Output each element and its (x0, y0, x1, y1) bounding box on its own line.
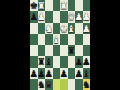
square-g2[interactable]: ♟ (75, 68, 83, 79)
chess-board[interactable]: ♚♜♜♟♟♛♟♟♞♚♝♟♝♜♜♝♟♟♟♟♟♟♟♝♞♛♞ (30, 0, 90, 90)
black-pawn-a2[interactable]: ♟ (30, 68, 38, 79)
square-e4[interactable] (60, 45, 68, 56)
square-f4[interactable]: ♜ (68, 45, 76, 56)
square-h3[interactable]: ♟ (83, 56, 91, 67)
square-d6[interactable] (53, 23, 61, 34)
square-h5[interactable] (83, 34, 91, 45)
square-a8[interactable]: ♚ (30, 0, 38, 11)
square-a5[interactable] (30, 34, 38, 45)
square-b7[interactable]: ♟ (38, 11, 46, 22)
square-b5[interactable] (38, 34, 46, 45)
white-king-e6[interactable]: ♚ (60, 23, 68, 34)
square-d3[interactable] (53, 56, 61, 67)
square-g7[interactable]: ♟ (75, 11, 83, 22)
square-f3[interactable] (68, 56, 76, 67)
white-pawn-h7[interactable]: ♟ (83, 11, 91, 22)
square-f2[interactable] (68, 68, 76, 79)
square-b4[interactable] (38, 45, 46, 56)
square-e8[interactable]: ♜ (60, 0, 68, 11)
square-e7[interactable] (60, 11, 68, 22)
square-b8[interactable]: ♜ (38, 0, 46, 11)
left-letterbox-bar (0, 0, 30, 90)
white-bishop-f6[interactable]: ♝ (68, 23, 76, 34)
white-pawn-h6[interactable]: ♟ (83, 23, 91, 34)
square-h8[interactable] (83, 0, 91, 11)
square-h7[interactable]: ♟ (83, 11, 91, 22)
black-pawn-g2[interactable]: ♟ (75, 68, 83, 79)
black-queen-c1[interactable]: ♛ (45, 79, 53, 90)
square-g6[interactable] (75, 23, 83, 34)
black-pawn-h3[interactable]: ♟ (83, 56, 91, 67)
square-f6[interactable]: ♝ (68, 23, 76, 34)
square-a2[interactable]: ♟ (30, 68, 38, 79)
square-g3[interactable]: ♟ (75, 56, 83, 67)
square-c2[interactable]: ♟ (45, 68, 53, 79)
square-e1[interactable] (60, 79, 68, 90)
square-g5[interactable] (75, 34, 83, 45)
square-b1[interactable]: ♞ (38, 79, 46, 90)
black-king-a8[interactable]: ♚ (30, 0, 38, 11)
white-pawn-g7[interactable]: ♟ (75, 11, 83, 22)
square-a4[interactable] (30, 45, 38, 56)
square-a6[interactable] (30, 23, 38, 34)
black-pawn-e2[interactable]: ♟ (60, 68, 68, 79)
square-c4[interactable] (45, 45, 53, 56)
white-bishop-d5[interactable]: ♝ (53, 34, 61, 45)
white-knight-c6[interactable]: ♞ (45, 23, 53, 34)
black-pawn-g3[interactable]: ♟ (75, 56, 83, 67)
square-f7[interactable]: ♛ (68, 11, 76, 22)
square-c8[interactable] (45, 0, 53, 11)
square-f5[interactable] (68, 34, 76, 45)
square-e2[interactable]: ♟ (60, 68, 68, 79)
square-a3[interactable] (30, 56, 38, 67)
black-knight-b1[interactable]: ♞ (38, 79, 46, 90)
square-e3[interactable] (60, 56, 68, 67)
square-e6[interactable]: ♚ (60, 23, 68, 34)
square-c1[interactable]: ♛ (45, 79, 53, 90)
white-pawn-b7[interactable]: ♟ (38, 11, 46, 22)
square-d7[interactable] (53, 11, 61, 22)
black-knight-h1[interactable]: ♞ (83, 79, 91, 90)
square-c3[interactable]: ♝ (45, 56, 53, 67)
black-rook-f4[interactable]: ♜ (68, 45, 76, 56)
square-d4[interactable] (53, 45, 61, 56)
white-queen-f7[interactable]: ♛ (68, 11, 76, 22)
square-g8[interactable] (75, 0, 83, 11)
square-e5[interactable] (60, 34, 68, 45)
black-bishop-h2[interactable]: ♝ (83, 68, 91, 79)
square-f1[interactable] (68, 79, 76, 90)
black-pawn-a7[interactable]: ♟ (30, 11, 38, 22)
square-b3[interactable]: ♜ (38, 56, 46, 67)
square-c5[interactable] (45, 34, 53, 45)
white-rook-e8[interactable]: ♜ (60, 0, 68, 11)
square-h4[interactable] (83, 45, 91, 56)
square-b6[interactable] (38, 23, 46, 34)
square-b2[interactable]: ♟ (38, 68, 46, 79)
square-d5[interactable]: ♝ (53, 34, 61, 45)
black-rook-b3[interactable]: ♜ (38, 56, 46, 67)
white-rook-b8[interactable]: ♜ (38, 0, 46, 11)
black-pawn-b2[interactable]: ♟ (38, 68, 46, 79)
square-g1[interactable] (75, 79, 83, 90)
square-g4[interactable] (75, 45, 83, 56)
square-a7[interactable]: ♟ (30, 11, 38, 22)
square-d2[interactable] (53, 68, 61, 79)
square-f8[interactable] (68, 0, 76, 11)
square-a1[interactable] (30, 79, 38, 90)
square-d8[interactable] (53, 0, 61, 11)
black-bishop-c3[interactable]: ♝ (45, 56, 53, 67)
square-h6[interactable]: ♟ (83, 23, 91, 34)
square-d1[interactable] (53, 79, 61, 90)
square-h1[interactable]: ♞ (83, 79, 91, 90)
square-c6[interactable]: ♞ (45, 23, 53, 34)
square-h2[interactable]: ♝ (83, 68, 91, 79)
right-letterbox-bar (90, 0, 120, 90)
black-pawn-c2[interactable]: ♟ (45, 68, 53, 79)
chess-app-window: ♚♜♜♟♟♛♟♟♞♚♝♟♝♜♜♝♟♟♟♟♟♟♟♝♞♛♞ (0, 0, 120, 90)
square-c7[interactable] (45, 11, 53, 22)
